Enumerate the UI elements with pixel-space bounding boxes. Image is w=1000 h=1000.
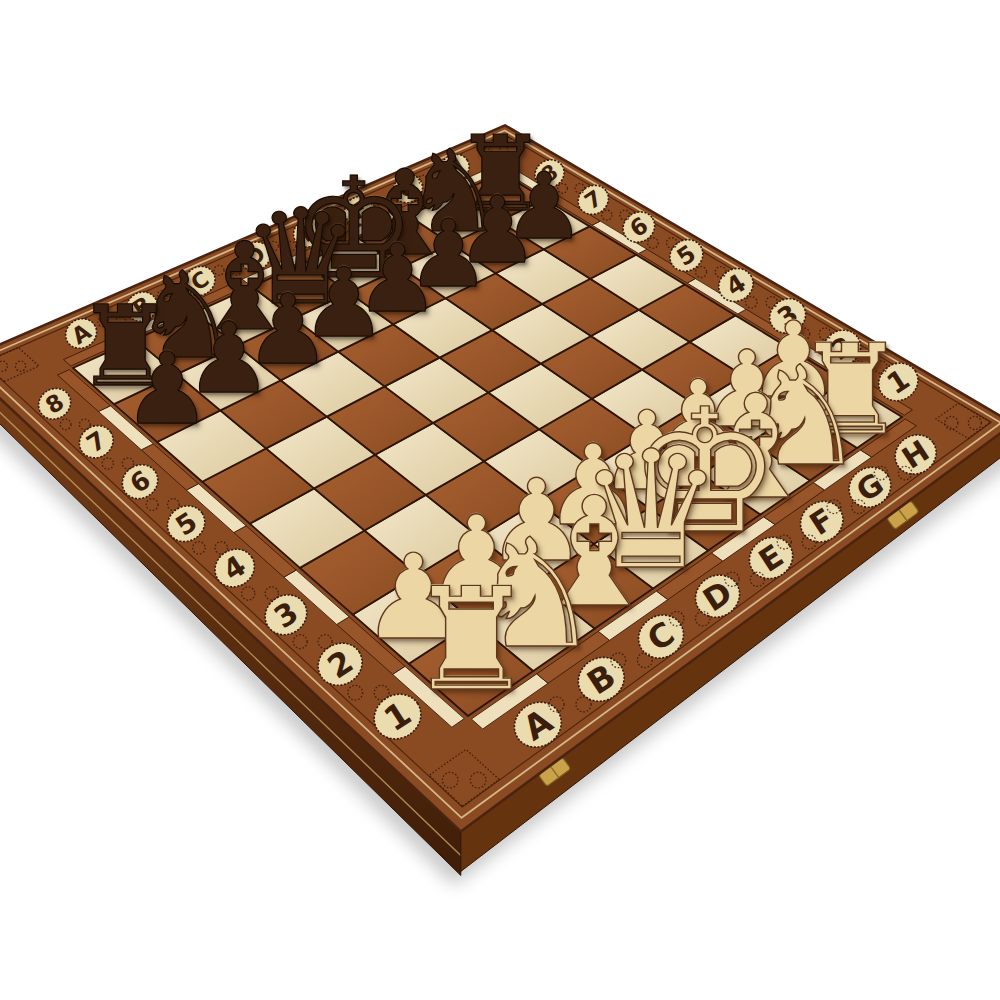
photo-scene: AA11BB22CC33DD44EE55FF66GG77HH88 ♜♞♝♛♚♝♞… xyxy=(0,0,1000,1000)
piece-white-rook-a1[interactable]: ♜ xyxy=(407,569,534,711)
piece-black-pawn-a7[interactable]: ♟ xyxy=(123,339,212,438)
